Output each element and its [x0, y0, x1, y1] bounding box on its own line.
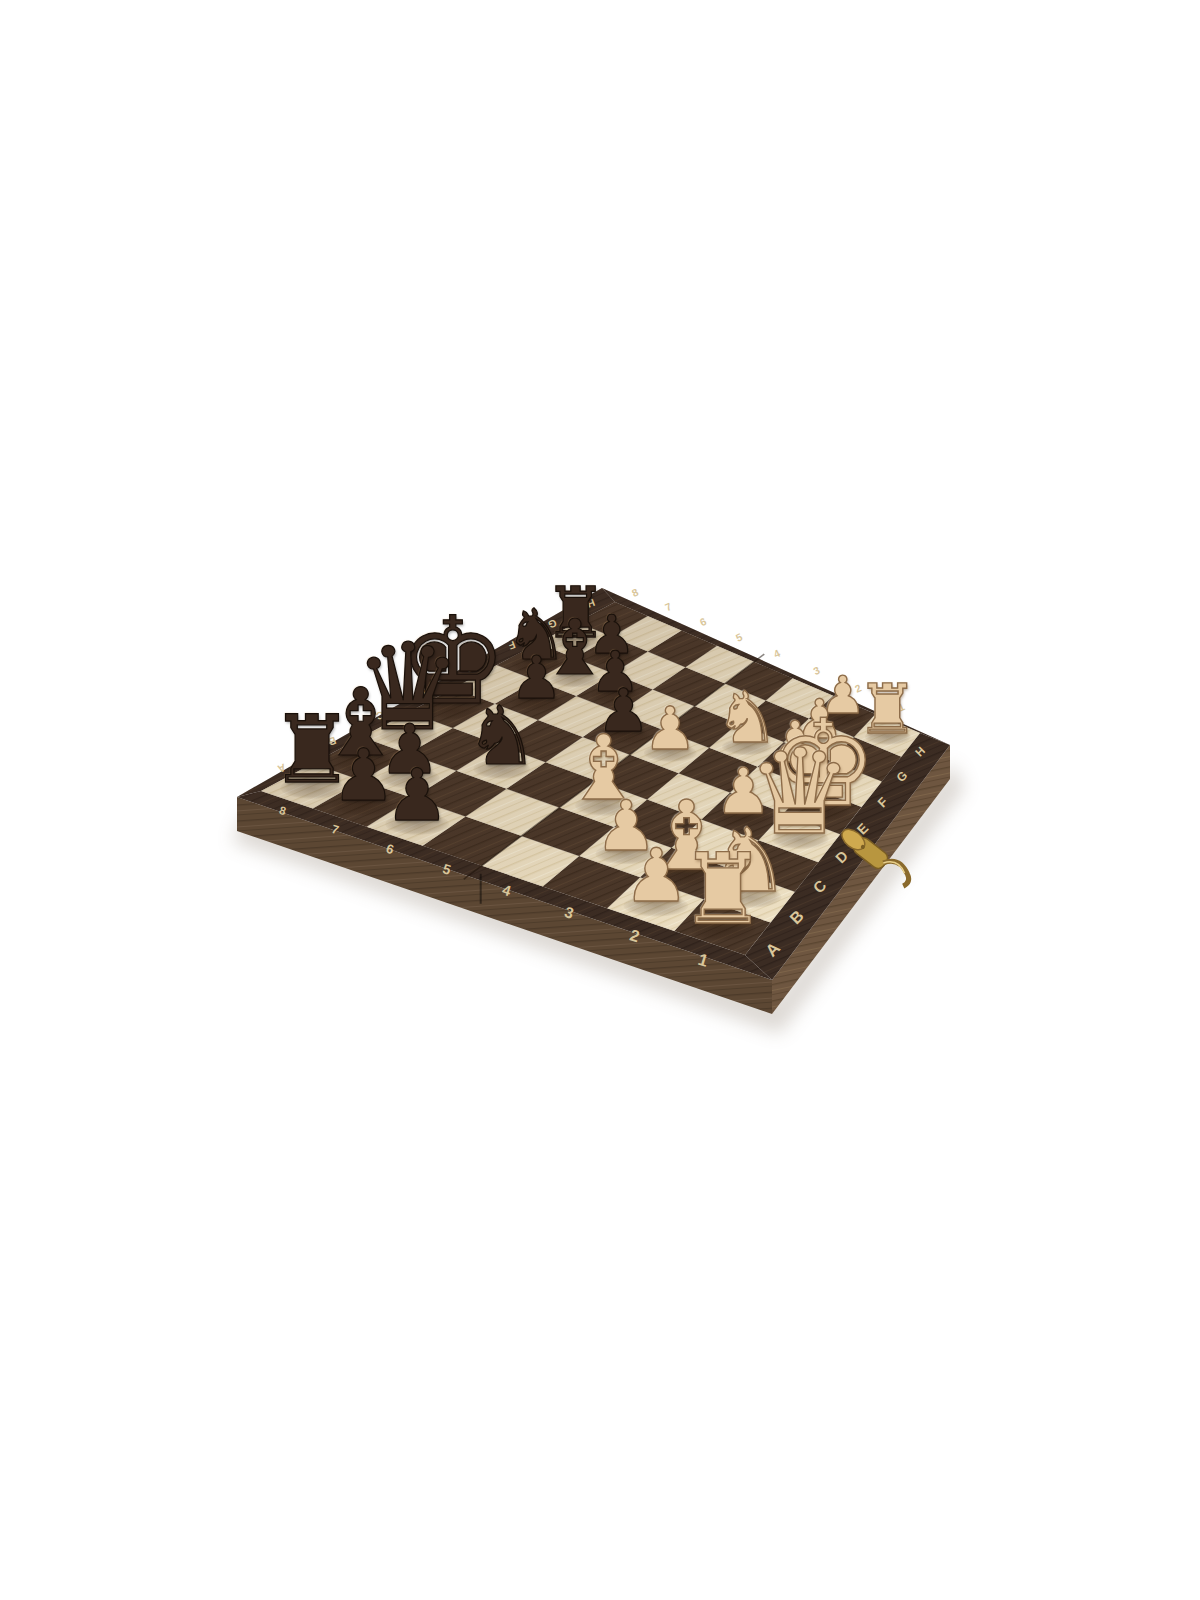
- piece-white-pawn-e4[interactable]: ♟: [643, 699, 696, 758]
- product-photo-stage: 12345678ABCDEFGHABCDEFGH12345678 ♜♟♞♝♟♟♚…: [0, 0, 1200, 1600]
- coord-rank-far-6: 6: [698, 615, 709, 628]
- piece-black-knight-c6[interactable]: ♞: [465, 695, 538, 776]
- coord-rank-far-8: 8: [630, 586, 641, 599]
- piece-white-rook-a1[interactable]: ♜: [679, 841, 767, 939]
- coord-rank-far-7: 7: [663, 600, 674, 613]
- coord-rank-far-4: 4: [772, 647, 783, 660]
- piece-black-pawn-a6[interactable]: ♟: [385, 758, 450, 830]
- coord-rank-far-5: 5: [734, 630, 745, 643]
